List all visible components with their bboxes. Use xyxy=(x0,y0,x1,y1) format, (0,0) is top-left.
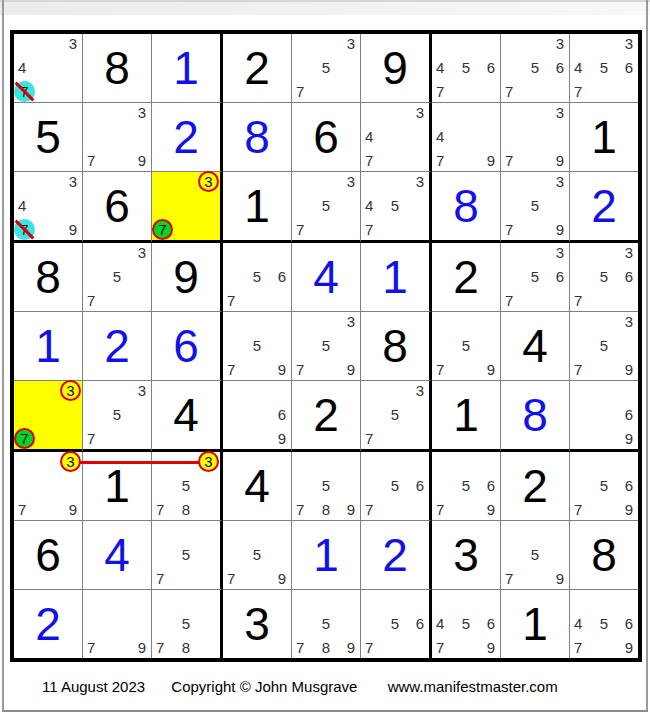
candidate-5: 5 xyxy=(246,266,269,289)
candidate-3: 3 xyxy=(59,34,82,57)
given-digit: 8 xyxy=(361,312,429,380)
solved-digit: 8 xyxy=(432,172,500,240)
solved-digit: 6 xyxy=(152,312,220,380)
pencil-marks: 567 xyxy=(361,452,429,520)
candidate-5: 5 xyxy=(315,613,338,636)
candidate-4: 4 xyxy=(432,57,455,80)
given-digit: 4 xyxy=(152,381,220,449)
candidate-5: 5 xyxy=(106,266,129,289)
cell-r3c1[interactable]: 3479 xyxy=(14,172,83,243)
candidate-7: 7 xyxy=(292,497,315,520)
cell-r8c6[interactable]: 2 xyxy=(361,521,432,590)
cell-r5c9[interactable]: 3579 xyxy=(570,312,638,381)
candidate-5: 5 xyxy=(384,613,407,636)
given-digit: 6 xyxy=(292,103,360,171)
candidate-6: 6 xyxy=(406,613,429,636)
candidate-9: 9 xyxy=(477,497,500,520)
candidate-5: 5 xyxy=(315,335,338,358)
candidate-7: 7 xyxy=(292,635,315,658)
cell-r1c9[interactable]: 34567 xyxy=(570,34,638,103)
candidate-7: 7 xyxy=(432,497,455,520)
solved-digit: 1 xyxy=(152,34,220,102)
cell-r4c4[interactable]: 567 xyxy=(223,243,292,312)
candidate-3: 3 xyxy=(406,172,429,195)
candidate-7: 7 xyxy=(501,148,524,171)
candidate-5: 5 xyxy=(593,57,616,80)
cell-r3c4[interactable]: 1 xyxy=(223,172,292,243)
candidate-5: 5 xyxy=(455,613,478,636)
pencil-marks: 5789 xyxy=(292,452,360,520)
candidate-7: 7 xyxy=(570,635,593,658)
candidate-3: 3 xyxy=(59,172,82,195)
candidate-9: 9 xyxy=(268,426,291,449)
candidate-5: 5 xyxy=(384,195,407,218)
pencil-marks: 57 xyxy=(152,521,220,589)
candidate-6: 6 xyxy=(615,57,638,80)
candidate-5: 5 xyxy=(384,475,407,498)
candidate-7: 7 xyxy=(570,497,593,520)
given-digit: 8 xyxy=(570,521,638,589)
pencil-marks: 34567 xyxy=(570,34,638,102)
solved-digit: 4 xyxy=(292,243,360,311)
candidate-9: 9 xyxy=(546,217,569,240)
cell-r9c5[interactable]: 5789 xyxy=(292,590,361,658)
candidate-9: 9 xyxy=(337,497,360,520)
candidate-6: 6 xyxy=(615,613,638,636)
solved-digit: 2 xyxy=(83,312,151,380)
pencil-marks: 567 xyxy=(361,590,429,658)
cell-r4c5[interactable]: 4 xyxy=(292,243,361,312)
candidate-8: 8 xyxy=(315,635,338,658)
cell-r3c6[interactable]: 3457 xyxy=(361,172,432,243)
candidate-5: 5 xyxy=(455,57,478,80)
cell-r1c1[interactable]: 347 xyxy=(14,34,83,103)
candidate-7: 7 xyxy=(432,357,455,380)
pencil-marks: 3567 xyxy=(570,243,638,311)
candidate-9: 9 xyxy=(546,148,569,171)
given-digit: 2 xyxy=(501,452,569,520)
circled-candidate-3: 3 xyxy=(60,451,81,472)
candidate-7: 7 xyxy=(292,79,315,102)
candidate-7: 7 xyxy=(292,217,315,240)
pencil-marks: 5789 xyxy=(292,590,360,658)
given-digit: 5 xyxy=(14,103,82,171)
pencil-marks: 579 xyxy=(223,312,291,380)
pencil-marks: 347 xyxy=(361,103,429,171)
given-digit: 2 xyxy=(292,381,360,449)
candidate-5: 5 xyxy=(246,335,269,358)
candidate-7: 7 xyxy=(14,497,37,520)
cell-r4c8[interactable]: 3567 xyxy=(501,243,570,312)
cell-r6c2[interactable]: 357 xyxy=(83,381,152,452)
cell-r4c3[interactable]: 9 xyxy=(152,243,223,312)
window-border-bottom xyxy=(2,710,648,712)
cell-r4c2[interactable]: 357 xyxy=(83,243,152,312)
candidate-5: 5 xyxy=(315,475,338,498)
cell-r8c4[interactable]: 579 xyxy=(223,521,292,590)
cell-r9c4[interactable]: 3 xyxy=(223,590,292,658)
candidate-9: 9 xyxy=(59,497,82,520)
cell-r3c5[interactable]: 357 xyxy=(292,172,361,243)
cell-r8c7[interactable]: 3 xyxy=(432,521,501,590)
cell-r9c8[interactable]: 1 xyxy=(501,590,570,658)
given-digit: 1 xyxy=(223,172,291,240)
solved-digit: 8 xyxy=(223,103,291,171)
candidate-4: 4 xyxy=(14,195,37,218)
pencil-marks: 567 xyxy=(223,243,291,311)
candidate-6: 6 xyxy=(615,266,638,289)
candidate-5: 5 xyxy=(175,613,198,636)
candidate-5: 5 xyxy=(593,475,616,498)
footer-url: www.manifestmaster.com xyxy=(388,678,558,695)
cell-r3c2[interactable]: 6 xyxy=(83,172,152,243)
pencil-marks: 4567 xyxy=(432,34,500,102)
cell-r5c8[interactable]: 4 xyxy=(501,312,570,381)
candidate-5: 5 xyxy=(524,195,547,218)
candidate-6: 6 xyxy=(268,266,291,289)
footer-date: 11 August 2023 xyxy=(42,678,145,695)
cell-r2c9[interactable]: 1 xyxy=(570,103,638,172)
cell-r3c7[interactable]: 8 xyxy=(432,172,501,243)
candidate-9: 9 xyxy=(477,148,500,171)
candidate-7: 7 xyxy=(83,288,106,311)
pencil-marks: 3579 xyxy=(292,312,360,380)
cell-r6c7[interactable]: 1 xyxy=(432,381,501,452)
pencil-marks: 5679 xyxy=(570,452,638,520)
given-digit: 2 xyxy=(432,243,500,311)
pencil-marks: 579 xyxy=(501,521,569,589)
given-digit: 1 xyxy=(501,590,569,658)
cell-r7c8[interactable]: 2 xyxy=(501,452,570,521)
candidate-5: 5 xyxy=(175,544,198,567)
footer-copyright: Copyright © John Musgrave xyxy=(171,678,357,695)
candidate-7: 7 xyxy=(361,426,384,449)
candidate-5: 5 xyxy=(593,613,616,636)
candidate-5: 5 xyxy=(315,57,338,80)
candidate-9: 9 xyxy=(128,148,151,171)
candidate-7: 7 xyxy=(570,288,593,311)
candidate-7: 7 xyxy=(361,635,384,658)
pencil-marks: 3579 xyxy=(501,172,569,240)
pencil-marks: 357 xyxy=(292,172,360,240)
cell-r2c4[interactable]: 8 xyxy=(223,103,292,172)
footer: 11 August 2023 Copyright © John Musgrave… xyxy=(0,678,650,695)
pencil-marks: 79 xyxy=(83,590,151,658)
candidate-3: 3 xyxy=(128,103,151,126)
candidate-3: 3 xyxy=(546,34,569,57)
candidate-9: 9 xyxy=(477,635,500,658)
candidate-3: 3 xyxy=(615,34,638,57)
candidate-6: 6 xyxy=(546,57,569,80)
pencil-marks: 379 xyxy=(83,103,151,171)
window-border-left xyxy=(2,0,4,712)
cell-r3c9[interactable]: 2 xyxy=(570,172,638,243)
candidate-7: 7 xyxy=(83,426,106,449)
candidate-6: 6 xyxy=(615,404,638,427)
cell-r4c6[interactable]: 1 xyxy=(361,243,432,312)
candidate-3: 3 xyxy=(128,381,151,404)
candidate-7: 7 xyxy=(83,635,106,658)
pencil-marks: 69 xyxy=(223,381,291,449)
cell-r1c5[interactable]: 357 xyxy=(292,34,361,103)
given-digit: 6 xyxy=(14,521,82,589)
eliminated-candidate-7: 7 xyxy=(14,219,35,240)
pencil-marks: 357 xyxy=(292,34,360,102)
circled-candidate-7: 7 xyxy=(14,428,35,449)
candidate-7: 7 xyxy=(501,566,524,589)
candidate-3: 3 xyxy=(406,381,429,404)
link-line-red xyxy=(71,461,209,464)
cell-r4c1[interactable]: 8 xyxy=(14,243,83,312)
candidate-7: 7 xyxy=(361,217,384,240)
given-digit: 1 xyxy=(570,103,638,171)
candidate-4: 4 xyxy=(570,613,593,636)
candidate-5: 5 xyxy=(175,475,198,498)
candidate-5: 5 xyxy=(593,266,616,289)
sudoku-board: 3478123579456735673456753792863474793791… xyxy=(10,30,642,662)
candidate-7: 7 xyxy=(501,79,524,102)
cell-r1c7[interactable]: 4567 xyxy=(432,34,501,103)
candidate-9: 9 xyxy=(615,635,638,658)
candidate-4: 4 xyxy=(14,57,37,80)
candidate-6: 6 xyxy=(477,613,500,636)
candidate-4: 4 xyxy=(361,126,384,149)
cell-r6c5[interactable]: 2 xyxy=(292,381,361,452)
candidate-3: 3 xyxy=(615,243,638,266)
pencil-marks: 357 xyxy=(83,381,151,449)
candidate-7: 7 xyxy=(223,288,246,311)
cell-r7c9[interactable]: 5679 xyxy=(570,452,638,521)
pencil-marks: 578 xyxy=(152,590,220,658)
eliminated-candidate-7: 7 xyxy=(14,81,35,102)
pencil-marks: 3579 xyxy=(570,312,638,380)
candidate-5: 5 xyxy=(524,57,547,80)
circled-candidate-3: 3 xyxy=(198,171,219,192)
cell-r7c4[interactable]: 4 xyxy=(223,452,292,521)
cell-r4c9[interactable]: 3567 xyxy=(570,243,638,312)
cell-r9c2[interactable]: 79 xyxy=(83,590,152,658)
candidate-7: 7 xyxy=(432,148,455,171)
cell-r8c2[interactable]: 4 xyxy=(83,521,152,590)
candidate-8: 8 xyxy=(175,635,198,658)
candidate-5: 5 xyxy=(384,404,407,427)
candidate-4: 4 xyxy=(432,126,455,149)
solved-digit: 8 xyxy=(501,381,569,449)
candidate-7: 7 xyxy=(570,79,593,102)
candidate-3: 3 xyxy=(337,172,360,195)
solved-digit: 2 xyxy=(14,590,82,658)
candidate-8: 8 xyxy=(175,497,198,520)
cell-r5c3[interactable]: 6 xyxy=(152,312,223,381)
candidate-3: 3 xyxy=(337,312,360,335)
given-digit: 8 xyxy=(14,243,82,311)
cell-r9c3[interactable]: 578 xyxy=(152,590,223,658)
solved-digit: 2 xyxy=(570,172,638,240)
solved-digit: 1 xyxy=(292,521,360,589)
candidate-9: 9 xyxy=(59,217,82,240)
candidate-3: 3 xyxy=(337,34,360,57)
pencil-marks: 579 xyxy=(432,312,500,380)
given-digit: 9 xyxy=(152,243,220,311)
candidate-5: 5 xyxy=(593,335,616,358)
cell-r2c1[interactable]: 5 xyxy=(14,103,83,172)
cell-r5c5[interactable]: 3579 xyxy=(292,312,361,381)
candidate-5: 5 xyxy=(246,544,269,567)
candidate-9: 9 xyxy=(337,357,360,380)
candidate-6: 6 xyxy=(546,266,569,289)
cell-r6c1[interactable]: 37 xyxy=(14,381,83,452)
candidate-5: 5 xyxy=(455,475,478,498)
cell-r5c2[interactable]: 2 xyxy=(83,312,152,381)
candidate-8: 8 xyxy=(315,497,338,520)
cell-r3c3[interactable]: 37 xyxy=(152,172,223,243)
candidate-7: 7 xyxy=(292,357,315,380)
given-digit: 6 xyxy=(83,172,151,240)
given-digit: 3 xyxy=(432,521,500,589)
cell-r5c7[interactable]: 579 xyxy=(432,312,501,381)
cell-r2c2[interactable]: 379 xyxy=(83,103,152,172)
circled-candidate-3: 3 xyxy=(198,451,219,472)
pencil-marks: 45679 xyxy=(570,590,638,658)
candidate-3: 3 xyxy=(615,312,638,335)
candidate-9: 9 xyxy=(615,357,638,380)
given-digit: 1 xyxy=(432,381,500,449)
pencil-marks: 3567 xyxy=(501,243,569,311)
cell-r2c5[interactable]: 6 xyxy=(292,103,361,172)
cell-r2c6[interactable]: 347 xyxy=(361,103,432,172)
cell-r1c2[interactable]: 8 xyxy=(83,34,152,103)
cell-r7c1[interactable]: 379 xyxy=(14,452,83,521)
cell-r9c7[interactable]: 45679 xyxy=(432,590,501,658)
cell-r3c8[interactable]: 3579 xyxy=(501,172,570,243)
cell-r9c6[interactable]: 567 xyxy=(361,590,432,658)
pencil-marks: 379 xyxy=(14,452,82,520)
cell-r8c8[interactable]: 579 xyxy=(501,521,570,590)
cell-r6c3[interactable]: 4 xyxy=(152,381,223,452)
candidate-7: 7 xyxy=(223,357,246,380)
candidate-4: 4 xyxy=(361,195,384,218)
title-bar xyxy=(0,0,650,15)
cell-r8c9[interactable]: 8 xyxy=(570,521,638,590)
pencil-marks: 5679 xyxy=(432,452,500,520)
candidate-5: 5 xyxy=(455,335,478,358)
pencil-marks: 37 xyxy=(152,172,220,240)
given-digit: 2 xyxy=(223,34,291,102)
candidate-7: 7 xyxy=(432,79,455,102)
cell-r5c4[interactable]: 579 xyxy=(223,312,292,381)
given-digit: 9 xyxy=(361,34,429,102)
candidate-7: 7 xyxy=(223,566,246,589)
candidate-4: 4 xyxy=(432,613,455,636)
cell-r9c1[interactable]: 2 xyxy=(14,590,83,658)
pencil-marks: 347 xyxy=(14,34,82,102)
candidate-3: 3 xyxy=(546,243,569,266)
pencil-marks: 37 xyxy=(14,381,82,449)
solved-digit: 2 xyxy=(152,103,220,171)
candidate-6: 6 xyxy=(477,57,500,80)
pencil-marks: 3457 xyxy=(361,172,429,240)
solved-digit: 2 xyxy=(361,521,429,589)
candidate-9: 9 xyxy=(268,357,291,380)
pencil-marks: 379 xyxy=(501,103,569,171)
candidate-6: 6 xyxy=(615,475,638,498)
cell-r4c7[interactable]: 2 xyxy=(432,243,501,312)
pencil-marks: 479 xyxy=(432,103,500,171)
candidate-9: 9 xyxy=(477,357,500,380)
solved-digit: 4 xyxy=(83,521,151,589)
candidate-5: 5 xyxy=(524,266,547,289)
candidate-7: 7 xyxy=(361,497,384,520)
candidate-9: 9 xyxy=(615,497,638,520)
cell-r5c1[interactable]: 1 xyxy=(14,312,83,381)
window-border-right xyxy=(646,0,648,712)
candidate-5: 5 xyxy=(106,404,129,427)
candidate-7: 7 xyxy=(152,566,175,589)
candidate-6: 6 xyxy=(268,404,291,427)
candidate-7: 7 xyxy=(361,148,384,171)
cell-r1c8[interactable]: 3567 xyxy=(501,34,570,103)
pencil-marks: 45679 xyxy=(432,590,500,658)
cell-r1c3[interactable]: 1 xyxy=(152,34,223,103)
cell-r8c5[interactable]: 1 xyxy=(292,521,361,590)
cell-r5c6[interactable]: 8 xyxy=(361,312,432,381)
candidate-7: 7 xyxy=(83,148,106,171)
cell-r7c5[interactable]: 5789 xyxy=(292,452,361,521)
circled-candidate-7: 7 xyxy=(152,219,173,240)
pencil-marks: 357 xyxy=(361,381,429,449)
cell-r7c7[interactable]: 5679 xyxy=(432,452,501,521)
candidate-9: 9 xyxy=(546,566,569,589)
candidate-7: 7 xyxy=(570,357,593,380)
candidate-3: 3 xyxy=(128,243,151,266)
candidate-9: 9 xyxy=(268,566,291,589)
candidate-9: 9 xyxy=(615,426,638,449)
circled-candidate-3: 3 xyxy=(60,380,81,401)
cell-r6c9[interactable]: 69 xyxy=(570,381,638,452)
candidate-7: 7 xyxy=(152,497,175,520)
given-digit: 3 xyxy=(223,590,291,658)
pencil-marks: 357 xyxy=(83,243,151,311)
candidate-3: 3 xyxy=(546,103,569,126)
candidate-6: 6 xyxy=(406,475,429,498)
cell-r2c7[interactable]: 479 xyxy=(432,103,501,172)
candidate-5: 5 xyxy=(524,544,547,567)
candidate-7: 7 xyxy=(152,635,175,658)
cell-r9c9[interactable]: 45679 xyxy=(570,590,638,658)
solved-digit: 1 xyxy=(14,312,82,380)
given-digit: 4 xyxy=(501,312,569,380)
cell-r7c6[interactable]: 567 xyxy=(361,452,432,521)
candidate-9: 9 xyxy=(128,635,151,658)
candidate-3: 3 xyxy=(406,103,429,126)
cell-r6c4[interactable]: 69 xyxy=(223,381,292,452)
cell-r2c8[interactable]: 379 xyxy=(501,103,570,172)
cell-r6c6[interactable]: 357 xyxy=(361,381,432,452)
candidate-5: 5 xyxy=(315,195,338,218)
candidate-6: 6 xyxy=(477,475,500,498)
cell-r8c3[interactable]: 57 xyxy=(152,521,223,590)
cell-r2c3[interactable]: 2 xyxy=(152,103,223,172)
cell-r1c4[interactable]: 2 xyxy=(223,34,292,103)
candidate-7: 7 xyxy=(501,217,524,240)
pencil-marks: 3479 xyxy=(14,172,82,240)
cell-r8c1[interactable]: 6 xyxy=(14,521,83,590)
pencil-marks: 3567 xyxy=(501,34,569,102)
pencil-marks: 579 xyxy=(223,521,291,589)
cell-r1c6[interactable]: 9 xyxy=(361,34,432,103)
cell-r6c8[interactable]: 8 xyxy=(501,381,570,452)
candidate-9: 9 xyxy=(337,635,360,658)
